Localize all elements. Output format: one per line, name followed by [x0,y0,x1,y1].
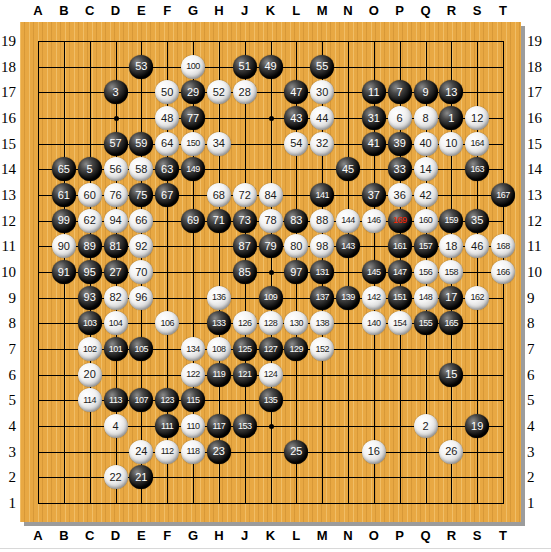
stone-black-31: 31 [362,106,386,130]
stone-black-117: 117 [207,414,231,438]
stone-white-128: 128 [259,311,283,335]
row-label-left-5: 5 [0,391,16,409]
stone-white-70: 70 [129,260,153,284]
stone-black-39: 39 [388,132,412,156]
stone-white-162: 162 [465,286,489,310]
move-number: 89 [84,241,96,252]
stone-black-81: 81 [104,234,128,258]
row-label-right-14: 14 [527,160,549,178]
move-number: 134 [186,345,200,354]
stone-black-65: 65 [52,157,76,181]
stone-black-133: 133 [207,311,231,335]
move-number: 154 [393,319,407,328]
stone-white-52: 52 [207,80,231,104]
col-label-top-Q: Q [413,2,439,20]
move-number: 112 [161,447,174,456]
row-label-left-4: 4 [0,417,16,435]
move-number: 77 [187,113,199,124]
move-number: 165 [445,319,459,328]
stone-black-17: 17 [439,286,463,310]
move-number: 29 [187,87,199,98]
move-number: 71 [213,215,225,226]
move-number: 81 [109,241,121,252]
move-number: 16 [368,446,380,457]
move-number: 48 [161,113,173,124]
move-number: 30 [316,87,328,98]
stone-white-84: 84 [259,183,283,207]
row-label-left-8: 8 [0,314,16,332]
stone-white-136: 136 [207,286,231,310]
stone-black-159: 159 [439,209,463,233]
move-number: 100 [186,62,200,71]
stone-black-59: 59 [129,132,153,156]
move-number: 88 [316,215,328,226]
stone-white-76: 76 [104,183,128,207]
stone-white-40: 40 [414,132,438,156]
move-number: 153 [238,422,252,431]
move-number: 109 [264,293,278,302]
move-number: 6 [397,113,403,124]
move-number: 49 [264,61,276,72]
move-number: 105 [135,345,149,354]
move-number: 61 [58,190,70,201]
row-label-left-14: 14 [0,160,16,178]
move-number: 114 [83,396,96,405]
stone-black-131: 131 [310,260,334,284]
grid-line-vertical [348,41,349,504]
move-number: 70 [135,267,147,278]
move-number: 52 [213,87,225,98]
col-label-bottom-L: L [283,527,309,545]
stone-black-67: 67 [155,183,179,207]
move-number: 107 [135,396,149,405]
move-number: 8 [422,113,428,124]
move-number: 147 [393,268,407,277]
move-number: 10 [445,138,457,149]
move-number: 144 [341,216,355,225]
stone-black-41: 41 [362,132,386,156]
stone-white-164: 164 [465,132,489,156]
move-number: 35 [471,215,483,226]
stone-white-64: 64 [155,132,179,156]
col-label-top-T: T [490,2,516,20]
stone-black-143: 143 [336,234,360,258]
move-number: 40 [419,138,431,149]
stone-white-158: 158 [439,260,463,284]
row-label-left-3: 3 [0,443,16,461]
stone-white-56: 56 [104,157,128,181]
move-number: 161 [393,242,407,251]
move-number: 99 [58,215,70,226]
col-label-bottom-G: G [180,527,206,545]
stone-black-29: 29 [181,80,205,104]
move-number: 149 [186,165,200,174]
move-number: 17 [445,292,457,303]
move-number: 4 [112,421,118,432]
stone-black-163: 163 [465,157,489,181]
move-number: 98 [316,241,328,252]
row-label-left-10: 10 [0,263,16,281]
move-number: 166 [496,268,510,277]
stone-black-107: 107 [129,388,153,412]
col-label-top-D: D [103,2,129,20]
row-label-left-2: 2 [0,468,16,486]
stone-white-48: 48 [155,106,179,130]
row-label-left-17: 17 [0,83,16,101]
row-label-left-16: 16 [0,109,16,127]
stone-white-138: 138 [310,311,334,335]
move-number: 151 [393,293,407,302]
move-number: 150 [186,139,200,148]
stone-white-114: 114 [78,388,102,412]
stone-black-77: 77 [181,106,205,130]
move-number: 164 [470,139,484,148]
move-number: 54 [290,138,302,149]
col-label-bottom-J: J [232,527,258,545]
stone-white-104: 104 [104,311,128,335]
stone-black-121: 121 [233,363,257,387]
stone-black-161: 161 [388,234,412,258]
col-label-top-K: K [258,2,284,20]
move-number: 143 [341,242,355,251]
move-number: 57 [109,138,121,149]
stone-black-57: 57 [104,132,128,156]
stone-white-100: 100 [181,55,205,79]
stone-white-130: 130 [284,311,308,335]
stone-white-60: 60 [78,183,102,207]
move-number: 24 [135,446,147,457]
stone-black-165: 165 [439,311,463,335]
move-number: 160 [419,216,433,225]
stone-white-88: 88 [310,209,334,233]
stone-black-111: 111 [155,414,179,438]
stone-white-2: 2 [414,414,438,438]
grid-line-horizontal [38,503,504,504]
row-label-right-1: 1 [527,494,549,512]
move-number: 47 [290,87,302,98]
stone-white-10: 10 [439,132,463,156]
move-number: 19 [471,421,483,432]
stone-white-62: 62 [78,209,102,233]
move-number: 142 [367,293,381,302]
stone-black-141: 141 [310,183,334,207]
stone-white-54: 54 [284,132,308,156]
stone-white-26: 26 [439,440,463,464]
stone-white-30: 30 [310,80,334,104]
move-number: 136 [212,293,226,302]
stone-black-19: 19 [465,414,489,438]
move-number: 117 [212,422,225,431]
col-label-bottom-H: H [206,527,232,545]
row-label-right-9: 9 [527,289,549,307]
col-label-bottom-A: A [25,527,51,545]
move-number: 152 [315,345,329,354]
move-number: 51 [239,61,251,72]
stone-white-124: 124 [259,363,283,387]
stone-black-103: 103 [78,311,102,335]
move-number: 146 [367,216,381,225]
move-number: 104 [109,319,123,328]
stone-black-73: 73 [233,209,257,233]
move-number: 101 [109,345,123,354]
stone-white-168: 168 [491,234,515,258]
stone-black-119: 119 [207,363,231,387]
stone-white-16: 16 [362,440,386,464]
stone-black-109: 109 [259,286,283,310]
move-number: 87 [239,241,251,252]
stone-white-122: 122 [181,363,205,387]
move-number: 45 [342,164,354,175]
stone-black-93: 93 [78,286,102,310]
row-label-left-7: 7 [0,340,16,358]
move-number: 95 [84,267,96,278]
stone-black-157: 157 [414,234,438,258]
row-label-left-6: 6 [0,366,16,384]
stone-white-58: 58 [129,157,153,181]
move-number: 25 [290,446,302,457]
move-number: 137 [315,293,329,302]
move-number: 36 [394,190,406,201]
move-number: 56 [109,164,121,175]
move-number: 65 [58,164,70,175]
stone-white-46: 46 [465,234,489,258]
col-label-bottom-C: C [77,527,103,545]
move-number: 27 [109,267,121,278]
move-number: 158 [445,268,459,277]
move-number: 85 [239,267,251,278]
go-game-diagram: ABCDEFGHJKLMNOPQRST ABCDEFGHJKLMNOPQRST … [0,0,551,552]
stone-black-139: 139 [336,286,360,310]
move-number: 168 [496,242,510,251]
stone-black-167: 167 [491,183,515,207]
row-label-right-6: 6 [527,366,549,384]
move-number: 37 [368,190,380,201]
move-number: 167 [496,191,510,200]
stone-white-18: 18 [439,234,463,258]
stone-black-99: 99 [52,209,76,233]
move-number: 23 [213,446,225,457]
move-number: 96 [135,292,147,303]
row-label-left-9: 9 [0,289,16,307]
move-number: 157 [419,242,433,251]
stone-white-36: 36 [388,183,412,207]
stone-black-147: 147 [388,260,412,284]
move-number: 53 [135,61,147,72]
col-label-top-H: H [206,2,232,20]
move-number: 21 [135,472,147,483]
move-number: 46 [471,241,483,252]
move-number: 39 [394,138,406,149]
stone-black-33: 33 [388,157,412,181]
col-label-top-F: F [154,2,180,20]
stone-black-149: 149 [181,157,205,181]
move-number: 58 [135,164,147,175]
col-label-top-G: G [180,2,206,20]
move-number: 76 [109,190,121,201]
move-number: 26 [445,446,457,457]
stone-white-94: 94 [104,209,128,233]
move-number: 13 [445,87,457,98]
move-number: 78 [264,215,276,226]
stone-black-137: 137 [310,286,334,310]
col-label-top-R: R [438,2,464,20]
stone-black-75: 75 [129,183,153,207]
stone-black-83: 83 [284,209,308,233]
stone-white-50: 50 [155,80,179,104]
move-number: 130 [290,319,304,328]
move-number: 159 [445,216,459,225]
move-number: 62 [84,215,96,226]
move-number: 145 [367,268,381,277]
stone-white-156: 156 [414,260,438,284]
stone-black-87: 87 [233,234,257,258]
stone-black-127: 127 [259,337,283,361]
move-number: 148 [419,293,433,302]
move-number: 118 [187,447,200,456]
col-label-top-P: P [387,2,413,20]
move-number: 2 [422,421,428,432]
stone-white-80: 80 [284,234,308,258]
move-number: 83 [290,215,302,226]
move-number: 3 [112,87,118,98]
stone-white-8: 8 [414,106,438,130]
stone-black-63: 63 [155,157,179,181]
stone-black-47: 47 [284,80,308,104]
stone-white-106: 106 [155,311,179,335]
col-label-bottom-Q: Q [413,527,439,545]
stone-white-148: 148 [414,286,438,310]
row-label-right-5: 5 [527,391,549,409]
col-label-bottom-P: P [387,527,413,545]
go-board[interactable]: 1234567891011121314151617181920212223242… [20,22,521,522]
row-label-right-4: 4 [527,417,549,435]
col-label-top-C: C [77,2,103,20]
move-number: 103 [83,319,97,328]
col-label-bottom-K: K [258,527,284,545]
row-label-right-13: 13 [527,186,549,204]
move-number: 141 [315,191,329,200]
move-number: 162 [470,293,484,302]
row-label-right-17: 17 [527,83,549,101]
stone-white-152: 152 [310,337,334,361]
star-point [269,424,274,429]
stone-white-90: 90 [52,234,76,258]
stone-black-55: 55 [310,55,334,79]
move-number: 69 [187,215,199,226]
stone-black-113: 113 [104,388,128,412]
stone-white-14: 14 [414,157,438,181]
move-number: 90 [58,241,70,252]
move-number: 122 [186,370,200,379]
stone-black-51: 51 [233,55,257,79]
stone-black-13: 13 [439,80,463,104]
move-number: 11 [368,87,379,98]
move-number: 108 [212,345,226,354]
stone-black-21: 21 [129,465,153,489]
stone-white-20: 20 [78,363,102,387]
stone-white-78: 78 [259,209,283,233]
col-label-bottom-T: T [490,527,516,545]
stone-black-37: 37 [362,183,386,207]
stone-white-102: 102 [78,337,102,361]
col-label-top-O: O [361,2,387,20]
stone-black-151: 151 [388,286,412,310]
stone-black-129: 129 [284,337,308,361]
window-bottom-edge [0,548,551,549]
move-number: 5 [87,164,93,175]
move-number: 82 [109,292,121,303]
move-number: 55 [316,61,328,72]
move-number: 72 [239,190,251,201]
move-number: 43 [290,113,302,124]
stone-white-82: 82 [104,286,128,310]
stone-black-49: 49 [259,55,283,79]
stone-black-153: 153 [233,414,257,438]
move-number: 7 [397,87,403,98]
move-number: 125 [238,345,252,354]
stone-black-23: 23 [207,440,231,464]
col-label-bottom-M: M [309,527,335,545]
star-point [269,270,274,275]
stone-white-160: 160 [414,209,438,233]
stone-black-45: 45 [336,157,360,181]
stone-black-135: 135 [259,388,283,412]
col-label-top-B: B [51,2,77,20]
row-label-left-13: 13 [0,186,16,204]
stone-black-9: 9 [414,80,438,104]
star-point [114,116,119,121]
row-label-right-10: 10 [527,263,549,281]
stone-white-12: 12 [465,106,489,130]
stone-white-110: 110 [181,414,205,438]
stone-black-123: 123 [155,388,179,412]
move-number: 1 [448,113,454,124]
move-number: 111 [161,422,173,431]
stone-black-5: 5 [78,157,102,181]
stone-black-125: 125 [233,337,257,361]
row-label-left-12: 12 [0,212,16,230]
col-label-top-N: N [335,2,361,20]
row-label-right-15: 15 [527,135,549,153]
stone-white-144: 144 [336,209,360,233]
stone-white-44: 44 [310,106,334,130]
move-number: 18 [445,241,457,252]
move-number: 67 [161,190,173,201]
move-number: 140 [367,319,381,328]
row-label-right-18: 18 [527,58,549,76]
stone-white-134: 134 [181,337,205,361]
move-number: 127 [264,345,278,354]
stone-black-145: 145 [362,260,386,284]
row-label-left-15: 15 [0,135,16,153]
move-number: 106 [160,319,174,328]
stone-white-24: 24 [129,440,153,464]
row-label-right-8: 8 [527,314,549,332]
move-number: 59 [135,138,147,149]
stone-black-11: 11 [362,80,386,104]
move-number: 169 [393,216,407,225]
stone-white-6: 6 [388,106,412,130]
col-label-bottom-N: N [335,527,361,545]
move-number: 68 [213,190,225,201]
stone-black-89: 89 [78,234,102,258]
row-label-right-12: 12 [527,212,549,230]
row-label-right-16: 16 [527,109,549,127]
move-number: 94 [109,215,121,226]
stone-black-15: 15 [439,363,463,387]
col-label-top-E: E [128,2,154,20]
move-number: 15 [445,369,457,380]
